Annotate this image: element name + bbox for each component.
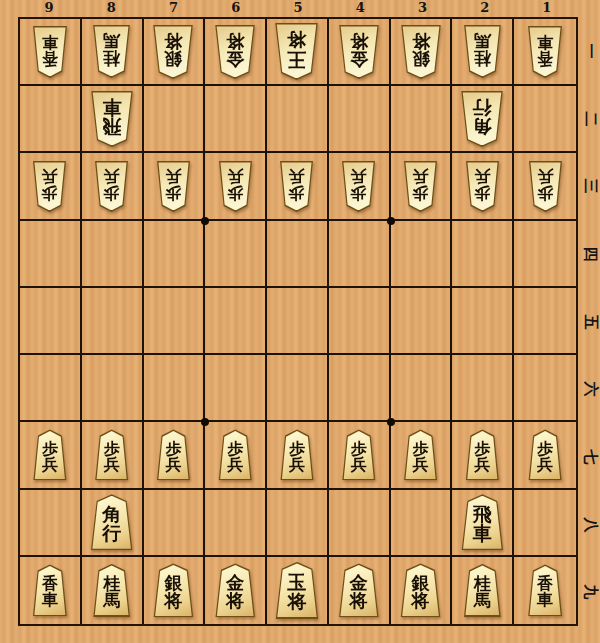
piece-kanji: 金将 bbox=[350, 31, 368, 68]
piece-kanji: 王将 bbox=[287, 30, 306, 69]
square-72[interactable] bbox=[144, 86, 206, 153]
piece-wrap: 歩兵 bbox=[403, 161, 438, 212]
square-91[interactable]: 香車 bbox=[20, 19, 82, 86]
piece-kanji: 歩兵 bbox=[165, 168, 181, 201]
piece-sente-silver-39[interactable]: 銀将 bbox=[400, 563, 442, 617]
square-63[interactable]: 歩兵 bbox=[205, 153, 267, 220]
piece-sente-pawn-47[interactable]: 歩兵 bbox=[341, 429, 376, 480]
rank-label-4: 四 bbox=[580, 246, 599, 261]
piece-wrap: 銀将 bbox=[400, 25, 442, 79]
piece-wrap: 銀将 bbox=[152, 563, 194, 617]
square-44[interactable] bbox=[329, 221, 391, 288]
piece-wrap: 銀将 bbox=[400, 563, 442, 617]
piece-kanji: 桂馬 bbox=[474, 32, 491, 67]
square-23[interactable]: 歩兵 bbox=[452, 153, 514, 220]
piece-kanji: 歩兵 bbox=[42, 168, 58, 201]
piece-kanji: 香車 bbox=[537, 576, 553, 609]
square-89[interactable]: 桂馬 bbox=[82, 557, 144, 624]
square-92[interactable] bbox=[20, 86, 82, 153]
piece-wrap: 銀将 bbox=[152, 25, 194, 79]
star-point bbox=[387, 217, 395, 225]
square-87[interactable]: 歩兵 bbox=[82, 422, 144, 489]
piece-kanji: 玉将 bbox=[287, 573, 306, 612]
piece-sente-knight-89[interactable]: 桂馬 bbox=[92, 564, 131, 617]
square-74[interactable] bbox=[144, 221, 206, 288]
piece-gote-pawn-93[interactable]: 歩兵 bbox=[32, 161, 67, 212]
square-14[interactable] bbox=[514, 221, 576, 288]
square-37[interactable]: 歩兵 bbox=[391, 422, 453, 489]
piece-kanji: 歩兵 bbox=[413, 441, 429, 474]
square-35[interactable] bbox=[391, 288, 453, 355]
rank-label-3: 三 bbox=[580, 179, 599, 194]
piece-wrap: 角行 bbox=[90, 494, 134, 550]
piece-wrap: 歩兵 bbox=[32, 161, 67, 212]
piece-wrap: 桂馬 bbox=[463, 564, 502, 617]
piece-wrap: 歩兵 bbox=[528, 161, 563, 212]
piece-wrap: 歩兵 bbox=[94, 429, 129, 480]
piece-wrap: 歩兵 bbox=[279, 429, 314, 480]
piece-gote-gold-41[interactable]: 金将 bbox=[338, 25, 380, 79]
piece-kanji: 金将 bbox=[350, 574, 368, 611]
piece-kanji: 歩兵 bbox=[227, 441, 243, 474]
piece-wrap: 香車 bbox=[32, 26, 68, 78]
piece-wrap: 桂馬 bbox=[463, 25, 502, 78]
piece-wrap: 歩兵 bbox=[94, 161, 129, 212]
square-18[interactable] bbox=[514, 490, 576, 557]
piece-gote-pawn-23[interactable]: 歩兵 bbox=[465, 161, 500, 212]
piece-kanji: 飛車 bbox=[473, 505, 492, 544]
piece-wrap: 歩兵 bbox=[341, 429, 376, 480]
square-27[interactable]: 歩兵 bbox=[452, 422, 514, 489]
square-25[interactable] bbox=[452, 288, 514, 355]
square-12[interactable] bbox=[514, 86, 576, 153]
piece-sente-knight-29[interactable]: 桂馬 bbox=[463, 564, 502, 617]
star-point bbox=[201, 217, 209, 225]
piece-kanji: 歩兵 bbox=[537, 441, 553, 474]
square-26[interactable] bbox=[452, 355, 514, 422]
piece-wrap: 香車 bbox=[32, 564, 68, 616]
star-point bbox=[201, 418, 209, 426]
rank-label-8: 八 bbox=[580, 517, 599, 532]
square-66[interactable] bbox=[205, 355, 267, 422]
rank-label-6: 六 bbox=[580, 382, 599, 397]
piece-kanji: 歩兵 bbox=[351, 441, 367, 474]
piece-kanji: 歩兵 bbox=[104, 168, 120, 201]
piece-sente-pawn-67[interactable]: 歩兵 bbox=[218, 429, 253, 480]
rank-label-1: 一 bbox=[580, 43, 599, 58]
piece-wrap: 歩兵 bbox=[156, 429, 191, 480]
square-77[interactable]: 歩兵 bbox=[144, 422, 206, 489]
piece-wrap: 金将 bbox=[338, 25, 380, 79]
square-24[interactable] bbox=[452, 221, 514, 288]
square-21[interactable]: 桂馬 bbox=[452, 19, 514, 86]
square-51[interactable]: 王将 bbox=[267, 19, 329, 86]
square-85[interactable] bbox=[82, 288, 144, 355]
piece-kanji: 歩兵 bbox=[227, 168, 243, 201]
piece-wrap: 香車 bbox=[527, 26, 563, 78]
square-57[interactable]: 歩兵 bbox=[267, 422, 329, 489]
square-88[interactable]: 角行 bbox=[82, 490, 144, 557]
piece-gote-pawn-43[interactable]: 歩兵 bbox=[341, 161, 376, 212]
piece-sente-pawn-97[interactable]: 歩兵 bbox=[32, 429, 67, 480]
square-95[interactable] bbox=[20, 288, 82, 355]
piece-gote-pawn-73[interactable]: 歩兵 bbox=[156, 161, 191, 212]
square-76[interactable] bbox=[144, 355, 206, 422]
square-55[interactable] bbox=[267, 288, 329, 355]
piece-sente-rook-28[interactable]: 飛車 bbox=[460, 494, 504, 550]
rank-label-7: 七 bbox=[580, 449, 599, 464]
piece-wrap: 歩兵 bbox=[32, 429, 67, 480]
square-28[interactable]: 飛車 bbox=[452, 490, 514, 557]
piece-gote-gold-61[interactable]: 金将 bbox=[214, 25, 256, 79]
file-label-3: 3 bbox=[391, 0, 453, 16]
square-36[interactable] bbox=[391, 355, 453, 422]
square-75[interactable] bbox=[144, 288, 206, 355]
piece-kanji: 銀将 bbox=[412, 31, 430, 68]
piece-wrap: 飛車 bbox=[90, 91, 134, 147]
piece-sente-pawn-57[interactable]: 歩兵 bbox=[279, 429, 314, 480]
piece-sente-gold-69[interactable]: 金将 bbox=[214, 563, 256, 617]
star-point bbox=[387, 418, 395, 426]
file-label-5: 5 bbox=[267, 0, 329, 16]
piece-gote-pawn-13[interactable]: 歩兵 bbox=[528, 161, 563, 212]
shogi-board: 香車桂馬銀将金将王将金将銀将桂馬香車飛車角行歩兵歩兵歩兵歩兵歩兵歩兵歩兵歩兵歩兵… bbox=[18, 17, 578, 626]
square-54[interactable] bbox=[267, 221, 329, 288]
piece-wrap: 角行 bbox=[460, 91, 504, 147]
square-58[interactable] bbox=[267, 490, 329, 557]
square-82[interactable]: 飛車 bbox=[82, 86, 144, 153]
square-98[interactable] bbox=[20, 490, 82, 557]
file-label-1: 1 bbox=[516, 0, 578, 16]
square-93[interactable]: 歩兵 bbox=[20, 153, 82, 220]
piece-gote-silver-31[interactable]: 銀将 bbox=[400, 25, 442, 79]
square-13[interactable]: 歩兵 bbox=[514, 153, 576, 220]
piece-wrap: 歩兵 bbox=[403, 429, 438, 480]
square-94[interactable] bbox=[20, 221, 82, 288]
piece-kanji: 歩兵 bbox=[474, 168, 490, 201]
file-label-7: 7 bbox=[142, 0, 204, 16]
piece-kanji: 銀将 bbox=[164, 31, 182, 68]
piece-wrap: 飛車 bbox=[460, 494, 504, 550]
piece-wrap: 王将 bbox=[274, 23, 319, 80]
piece-kanji: 歩兵 bbox=[289, 441, 305, 474]
piece-kanji: 銀将 bbox=[412, 574, 430, 611]
piece-kanji: 金将 bbox=[226, 574, 244, 611]
square-84[interactable] bbox=[82, 221, 144, 288]
piece-gote-knight-81[interactable]: 桂馬 bbox=[92, 25, 131, 78]
file-label-6: 6 bbox=[205, 0, 267, 16]
piece-gote-silver-71[interactable]: 銀将 bbox=[152, 25, 194, 79]
piece-gote-knight-21[interactable]: 桂馬 bbox=[463, 25, 502, 78]
piece-sente-king-59[interactable]: 玉将 bbox=[274, 562, 319, 619]
square-16[interactable] bbox=[514, 355, 576, 422]
file-label-2: 2 bbox=[454, 0, 516, 16]
square-15[interactable] bbox=[514, 288, 576, 355]
piece-gote-pawn-53[interactable]: 歩兵 bbox=[279, 161, 314, 212]
square-52[interactable] bbox=[267, 86, 329, 153]
square-46[interactable] bbox=[329, 355, 391, 422]
piece-sente-bishop-88[interactable]: 角行 bbox=[90, 494, 134, 550]
piece-kanji: 飛車 bbox=[102, 97, 121, 136]
piece-sente-pawn-37[interactable]: 歩兵 bbox=[403, 429, 438, 480]
piece-wrap: 歩兵 bbox=[341, 161, 376, 212]
square-17[interactable]: 歩兵 bbox=[514, 422, 576, 489]
piece-kanji: 桂馬 bbox=[103, 32, 120, 67]
piece-sente-pawn-87[interactable]: 歩兵 bbox=[94, 429, 129, 480]
piece-sente-lance-99[interactable]: 香車 bbox=[32, 564, 68, 616]
square-59[interactable]: 玉将 bbox=[267, 557, 329, 624]
piece-gote-lance-11[interactable]: 香車 bbox=[527, 26, 563, 78]
piece-sente-lance-19[interactable]: 香車 bbox=[527, 564, 563, 616]
piece-wrap: 桂馬 bbox=[92, 564, 131, 617]
piece-kanji: 角行 bbox=[102, 505, 121, 544]
rank-labels: 一二三四五六七八九 bbox=[579, 17, 600, 626]
piece-kanji: 金将 bbox=[226, 31, 244, 68]
square-68[interactable] bbox=[205, 490, 267, 557]
square-49[interactable]: 金将 bbox=[329, 557, 391, 624]
square-86[interactable] bbox=[82, 355, 144, 422]
square-34[interactable] bbox=[391, 221, 453, 288]
square-67[interactable]: 歩兵 bbox=[205, 422, 267, 489]
rank-label-9: 九 bbox=[580, 585, 599, 600]
square-38[interactable] bbox=[391, 490, 453, 557]
piece-wrap: 香車 bbox=[527, 564, 563, 616]
piece-wrap: 金将 bbox=[214, 563, 256, 617]
piece-wrap: 桂馬 bbox=[92, 25, 131, 78]
piece-kanji: 歩兵 bbox=[289, 168, 305, 201]
square-29[interactable]: 桂馬 bbox=[452, 557, 514, 624]
square-19[interactable]: 香車 bbox=[514, 557, 576, 624]
piece-gote-king-51[interactable]: 王将 bbox=[274, 23, 319, 80]
square-43[interactable]: 歩兵 bbox=[329, 153, 391, 220]
shogi-app: 987654321 一二三四五六七八九 香車桂馬銀将金将王将金将銀将桂馬香車飛車… bbox=[0, 0, 600, 643]
piece-kanji: 歩兵 bbox=[351, 168, 367, 201]
piece-gote-lance-91[interactable]: 香車 bbox=[32, 26, 68, 78]
piece-kanji: 香車 bbox=[42, 33, 58, 66]
square-65[interactable] bbox=[205, 288, 267, 355]
piece-kanji: 香車 bbox=[42, 576, 58, 609]
piece-wrap: 歩兵 bbox=[528, 429, 563, 480]
square-81[interactable]: 桂馬 bbox=[82, 19, 144, 86]
piece-kanji: 桂馬 bbox=[474, 575, 491, 610]
piece-sente-gold-49[interactable]: 金将 bbox=[338, 563, 380, 617]
piece-wrap: 歩兵 bbox=[156, 161, 191, 212]
piece-wrap: 歩兵 bbox=[465, 429, 500, 480]
square-71[interactable]: 銀将 bbox=[144, 19, 206, 86]
square-64[interactable] bbox=[205, 221, 267, 288]
square-42[interactable] bbox=[329, 86, 391, 153]
square-53[interactable]: 歩兵 bbox=[267, 153, 329, 220]
file-label-8: 8 bbox=[80, 0, 142, 16]
piece-sente-pawn-27[interactable]: 歩兵 bbox=[465, 429, 500, 480]
square-48[interactable] bbox=[329, 490, 391, 557]
piece-kanji: 歩兵 bbox=[104, 441, 120, 474]
piece-wrap: 玉将 bbox=[274, 562, 319, 619]
piece-gote-pawn-63[interactable]: 歩兵 bbox=[218, 161, 253, 212]
rank-label-2: 二 bbox=[580, 111, 599, 126]
piece-gote-pawn-83[interactable]: 歩兵 bbox=[94, 161, 129, 212]
piece-wrap: 歩兵 bbox=[218, 161, 253, 212]
file-label-9: 9 bbox=[18, 0, 80, 16]
piece-sente-pawn-77[interactable]: 歩兵 bbox=[156, 429, 191, 480]
square-47[interactable]: 歩兵 bbox=[329, 422, 391, 489]
piece-kanji: 歩兵 bbox=[42, 441, 58, 474]
piece-wrap: 歩兵 bbox=[465, 161, 500, 212]
piece-kanji: 角行 bbox=[473, 97, 492, 136]
piece-kanji: 香車 bbox=[537, 33, 553, 66]
square-96[interactable] bbox=[20, 355, 82, 422]
square-79[interactable]: 銀将 bbox=[144, 557, 206, 624]
square-33[interactable]: 歩兵 bbox=[391, 153, 453, 220]
piece-sente-pawn-17[interactable]: 歩兵 bbox=[528, 429, 563, 480]
piece-gote-bishop-22[interactable]: 角行 bbox=[460, 91, 504, 147]
piece-gote-pawn-33[interactable]: 歩兵 bbox=[403, 161, 438, 212]
piece-kanji: 銀将 bbox=[164, 574, 182, 611]
square-39[interactable]: 銀将 bbox=[391, 557, 453, 624]
piece-gote-rook-82[interactable]: 飛車 bbox=[90, 91, 134, 147]
piece-kanji: 歩兵 bbox=[413, 168, 429, 201]
square-73[interactable]: 歩兵 bbox=[144, 153, 206, 220]
piece-wrap: 歩兵 bbox=[218, 429, 253, 480]
square-78[interactable] bbox=[144, 490, 206, 557]
piece-kanji: 歩兵 bbox=[474, 441, 490, 474]
square-41[interactable]: 金将 bbox=[329, 19, 391, 86]
file-label-4: 4 bbox=[329, 0, 391, 16]
piece-kanji: 桂馬 bbox=[103, 575, 120, 610]
piece-sente-silver-79[interactable]: 銀将 bbox=[152, 563, 194, 617]
square-83[interactable]: 歩兵 bbox=[82, 153, 144, 220]
square-31[interactable]: 銀将 bbox=[391, 19, 453, 86]
square-22[interactable]: 角行 bbox=[452, 86, 514, 153]
file-labels: 987654321 bbox=[18, 0, 578, 16]
square-32[interactable] bbox=[391, 86, 453, 153]
square-99[interactable]: 香車 bbox=[20, 557, 82, 624]
square-11[interactable]: 香車 bbox=[514, 19, 576, 86]
piece-kanji: 歩兵 bbox=[537, 168, 553, 201]
square-97[interactable]: 歩兵 bbox=[20, 422, 82, 489]
piece-wrap: 歩兵 bbox=[279, 161, 314, 212]
piece-wrap: 金将 bbox=[338, 563, 380, 617]
rank-label-5: 五 bbox=[580, 314, 599, 329]
square-61[interactable]: 金将 bbox=[205, 19, 267, 86]
piece-kanji: 歩兵 bbox=[165, 441, 181, 474]
square-62[interactable] bbox=[205, 86, 267, 153]
piece-wrap: 金将 bbox=[214, 25, 256, 79]
square-56[interactable] bbox=[267, 355, 329, 422]
square-45[interactable] bbox=[329, 288, 391, 355]
square-69[interactable]: 金将 bbox=[205, 557, 267, 624]
